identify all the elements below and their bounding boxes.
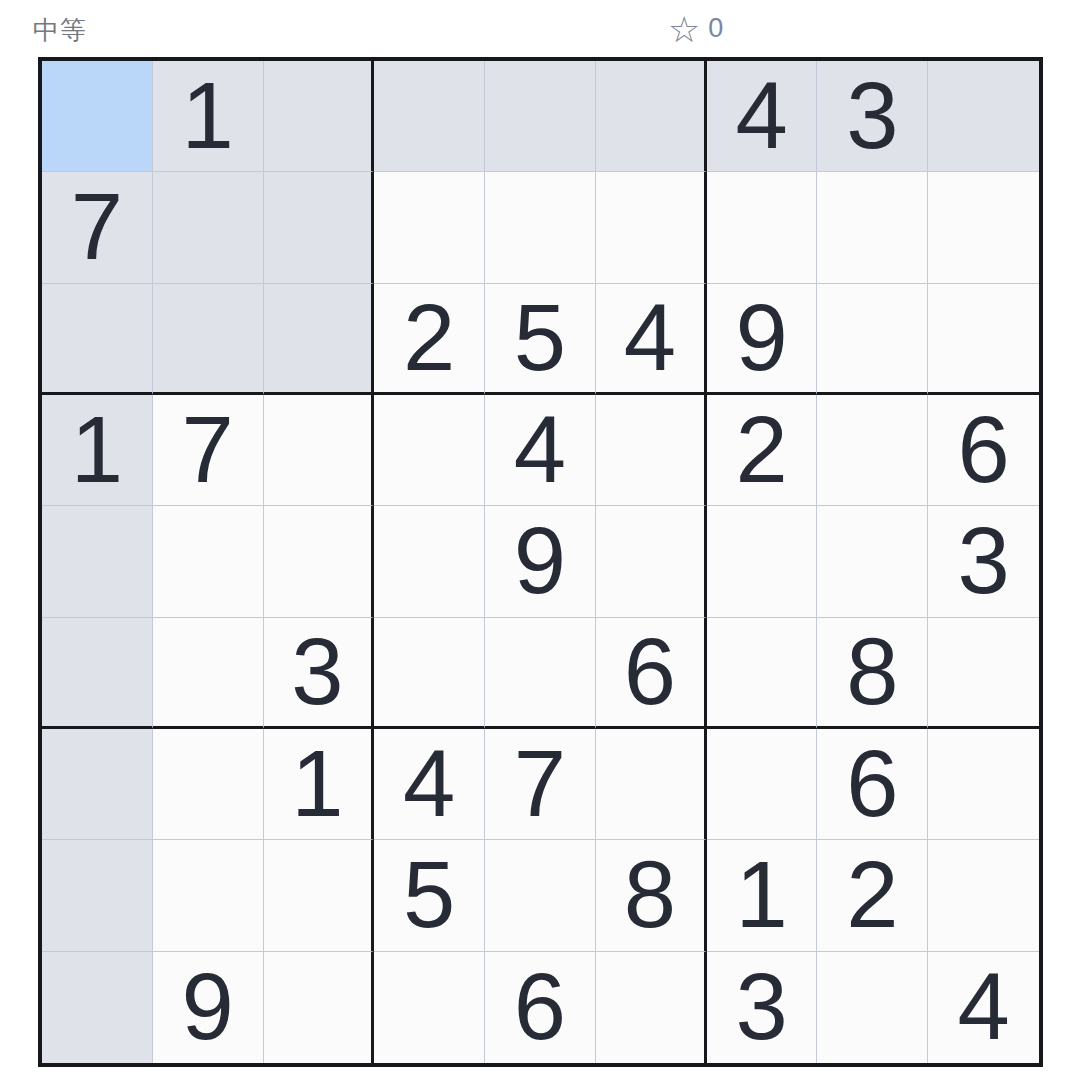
cell-r6c8[interactable]: 8 (817, 618, 928, 729)
cell-r3c4[interactable]: 2 (374, 284, 485, 395)
cell-r2c2[interactable] (153, 172, 264, 283)
cell-r7c6[interactable] (596, 729, 707, 840)
cell-r8c8[interactable]: 2 (817, 840, 928, 951)
cell-r2c1[interactable]: 7 (42, 172, 153, 283)
cell-r8c2[interactable] (153, 840, 264, 951)
cell-r9c5[interactable]: 6 (485, 952, 596, 1063)
cell-r3c7[interactable]: 9 (707, 284, 818, 395)
cell-r1c5[interactable] (485, 61, 596, 172)
cell-r7c9[interactable] (928, 729, 1039, 840)
cell-r1c4[interactable] (374, 61, 485, 172)
cell-r8c3[interactable] (264, 840, 375, 951)
star-outline-icon: ☆ (668, 11, 700, 49)
cell-r7c3[interactable]: 1 (264, 729, 375, 840)
cell-r1c6[interactable] (596, 61, 707, 172)
cell-r7c2[interactable] (153, 729, 264, 840)
cell-r4c3[interactable] (264, 395, 375, 506)
cell-r6c1[interactable] (42, 618, 153, 729)
favorite-button[interactable]: ☆ 0 (668, 11, 723, 49)
cell-r7c5[interactable]: 7 (485, 729, 596, 840)
cell-r3c8[interactable] (817, 284, 928, 395)
cell-r5c2[interactable] (153, 506, 264, 617)
cell-r9c6[interactable] (596, 952, 707, 1063)
sudoku-board: 143725491742693368147658129634 (38, 57, 1043, 1067)
cell-r3c3[interactable] (264, 284, 375, 395)
cell-r5c4[interactable] (374, 506, 485, 617)
cell-r5c9[interactable]: 3 (928, 506, 1039, 617)
cell-r6c9[interactable] (928, 618, 1039, 729)
cell-r8c7[interactable]: 1 (707, 840, 818, 951)
cell-r5c5[interactable]: 9 (485, 506, 596, 617)
cell-r9c1[interactable] (42, 952, 153, 1063)
cell-r7c8[interactable]: 6 (817, 729, 928, 840)
cell-r4c6[interactable] (596, 395, 707, 506)
cell-r1c2[interactable]: 1 (153, 61, 264, 172)
cell-r5c8[interactable] (817, 506, 928, 617)
cell-r1c9[interactable] (928, 61, 1039, 172)
cell-r4c1[interactable]: 1 (42, 395, 153, 506)
cell-r8c9[interactable] (928, 840, 1039, 951)
cell-r3c5[interactable]: 5 (485, 284, 596, 395)
cell-r4c7[interactable]: 2 (707, 395, 818, 506)
cell-r9c3[interactable] (264, 952, 375, 1063)
cell-r3c2[interactable] (153, 284, 264, 395)
cell-r6c2[interactable] (153, 618, 264, 729)
cell-r8c1[interactable] (42, 840, 153, 951)
cell-r9c4[interactable] (374, 952, 485, 1063)
cell-r9c9[interactable]: 4 (928, 952, 1039, 1063)
cell-r8c5[interactable] (485, 840, 596, 951)
cell-r5c1[interactable] (42, 506, 153, 617)
cell-r6c3[interactable]: 3 (264, 618, 375, 729)
difficulty-label: 中等 (33, 15, 87, 45)
cell-r2c9[interactable] (928, 172, 1039, 283)
cell-r2c6[interactable] (596, 172, 707, 283)
cell-r6c6[interactable]: 6 (596, 618, 707, 729)
cell-r3c1[interactable] (42, 284, 153, 395)
cell-r9c7[interactable]: 3 (707, 952, 818, 1063)
cell-r3c6[interactable]: 4 (596, 284, 707, 395)
cell-r1c3[interactable] (264, 61, 375, 172)
cell-r3c9[interactable] (928, 284, 1039, 395)
cell-r9c2[interactable]: 9 (153, 952, 264, 1063)
cell-r1c7[interactable]: 4 (707, 61, 818, 172)
cell-r7c1[interactable] (42, 729, 153, 840)
cell-r7c7[interactable] (707, 729, 818, 840)
cell-r2c4[interactable] (374, 172, 485, 283)
cell-r2c5[interactable] (485, 172, 596, 283)
cell-r4c9[interactable]: 6 (928, 395, 1039, 506)
cell-r2c8[interactable] (817, 172, 928, 283)
cell-r8c4[interactable]: 5 (374, 840, 485, 951)
cell-r7c4[interactable]: 4 (374, 729, 485, 840)
cell-r6c7[interactable] (707, 618, 818, 729)
cell-r4c2[interactable]: 7 (153, 395, 264, 506)
star-count: 0 (708, 9, 723, 47)
cell-r8c6[interactable]: 8 (596, 840, 707, 951)
cell-r5c6[interactable] (596, 506, 707, 617)
cell-r4c5[interactable]: 4 (485, 395, 596, 506)
cell-r4c4[interactable] (374, 395, 485, 506)
cell-r9c8[interactable] (817, 952, 928, 1063)
cell-r6c4[interactable] (374, 618, 485, 729)
sudoku-app: 中等 ☆ 0 143725491742693368147658129634 (0, 0, 1080, 1081)
cell-r4c8[interactable] (817, 395, 928, 506)
cell-r5c7[interactable] (707, 506, 818, 617)
cell-r1c8[interactable]: 3 (817, 61, 928, 172)
cell-r2c3[interactable] (264, 172, 375, 283)
cell-r2c7[interactable] (707, 172, 818, 283)
header-bar: 中等 ☆ 0 (0, 0, 1080, 57)
cell-r6c5[interactable] (485, 618, 596, 729)
cell-r5c3[interactable] (264, 506, 375, 617)
cell-r1c1[interactable] (42, 61, 153, 172)
